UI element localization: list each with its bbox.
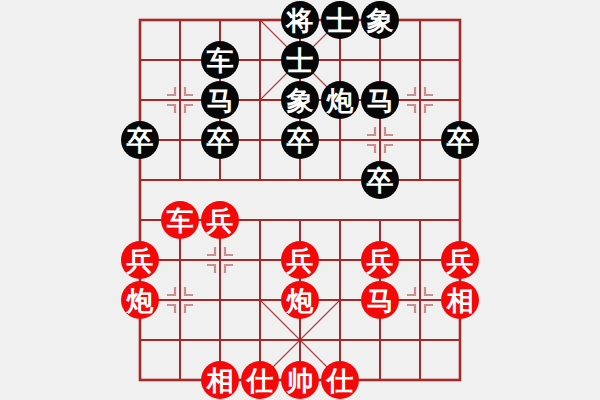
red-soldier[interactable]: 兵 <box>201 201 239 239</box>
red-advisor[interactable]: 仕 <box>241 361 279 399</box>
black-horse[interactable]: 马 <box>201 81 239 119</box>
xiangqi-diagram: 将士象车士马象炮马卒卒卒卒卒车兵兵兵兵兵炮炮马相相仕帅仕 <box>0 0 600 400</box>
red-soldier[interactable]: 兵 <box>281 241 319 279</box>
black-elephant[interactable]: 象 <box>281 81 319 119</box>
red-elephant[interactable]: 相 <box>201 361 239 399</box>
red-cannon[interactable]: 炮 <box>121 281 159 319</box>
red-elephant[interactable]: 相 <box>441 281 479 319</box>
red-advisor[interactable]: 仕 <box>321 361 359 399</box>
red-horse[interactable]: 马 <box>361 281 399 319</box>
black-soldier[interactable]: 卒 <box>201 121 239 159</box>
black-chariot[interactable]: 车 <box>201 41 239 79</box>
black-elephant[interactable]: 象 <box>361 1 399 39</box>
red-cannon[interactable]: 炮 <box>281 281 319 319</box>
black-advisor[interactable]: 士 <box>281 41 319 79</box>
black-advisor[interactable]: 士 <box>321 1 359 39</box>
black-soldier[interactable]: 卒 <box>281 121 319 159</box>
black-horse[interactable]: 马 <box>361 81 399 119</box>
red-soldier[interactable]: 兵 <box>361 241 399 279</box>
red-general[interactable]: 帅 <box>281 361 319 399</box>
black-general[interactable]: 将 <box>281 1 319 39</box>
black-soldier[interactable]: 卒 <box>121 121 159 159</box>
red-chariot[interactable]: 车 <box>161 201 199 239</box>
black-soldier[interactable]: 卒 <box>441 121 479 159</box>
red-soldier[interactable]: 兵 <box>441 241 479 279</box>
red-soldier[interactable]: 兵 <box>121 241 159 279</box>
black-soldier[interactable]: 卒 <box>361 161 399 199</box>
pieces-layer: 将士象车士马象炮马卒卒卒卒卒车兵兵兵兵兵炮炮马相相仕帅仕 <box>120 0 480 400</box>
black-cannon[interactable]: 炮 <box>321 81 359 119</box>
